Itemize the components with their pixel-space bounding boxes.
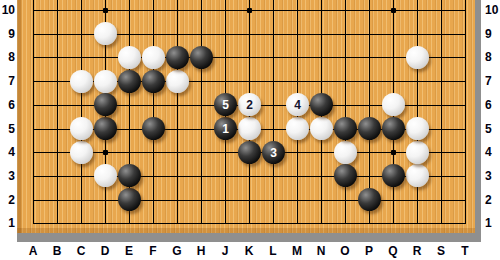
coord-label-right-9: 9 [485, 26, 500, 42]
coord-label-bottom-S: S [433, 243, 449, 259]
coord-label-right-3: 3 [485, 168, 500, 184]
coord-label-left-5: 5 [0, 121, 15, 137]
coord-label-bottom-C: C [73, 243, 89, 259]
star-point [103, 8, 108, 13]
stone-white-C5 [70, 117, 93, 140]
stone-black-E7 [118, 70, 141, 93]
stone-black-G8 [166, 46, 189, 69]
stone-white-N5 [310, 117, 333, 140]
go-board-diagram: 24153 1010998877665544332211ABCDEFGHJKLM… [0, 0, 500, 260]
coord-label-right-4: 4 [485, 144, 500, 160]
stone-black-J6: 5 [214, 93, 237, 116]
stone-black-D6 [94, 93, 117, 116]
coord-label-bottom-D: D [97, 243, 113, 259]
stone-white-Q6 [382, 93, 405, 116]
coord-label-left-7: 7 [0, 73, 15, 89]
stone-black-N6 [310, 93, 333, 116]
coord-label-left-6: 6 [0, 97, 15, 113]
stone-white-D7 [94, 70, 117, 93]
goban[interactable]: 24153 [17, 0, 481, 242]
stone-white-K6: 2 [238, 93, 261, 116]
stone-white-R5 [406, 117, 429, 140]
stone-black-E3 [118, 164, 141, 187]
coord-label-bottom-E: E [121, 243, 137, 259]
coord-label-bottom-K: K [241, 243, 257, 259]
coord-label-left-4: 4 [0, 144, 15, 160]
coord-label-left-8: 8 [0, 49, 15, 65]
stone-black-L4: 3 [262, 141, 285, 164]
stone-white-O4 [334, 141, 357, 164]
stone-white-F8 [142, 46, 165, 69]
coord-label-bottom-A: A [25, 243, 41, 259]
stone-white-E8 [118, 46, 141, 69]
coord-label-left-3: 3 [0, 168, 15, 184]
coord-label-right-8: 8 [485, 49, 500, 65]
coord-label-right-2: 2 [485, 192, 500, 208]
coord-label-bottom-P: P [361, 243, 377, 259]
coord-label-bottom-Q: Q [385, 243, 401, 259]
stone-white-G7 [166, 70, 189, 93]
stone-black-E2 [118, 188, 141, 211]
star-point [103, 150, 108, 155]
coord-label-right-10: 10 [485, 2, 500, 18]
coord-label-left-2: 2 [0, 192, 15, 208]
stone-white-K5 [238, 117, 261, 140]
coord-label-left-9: 9 [0, 26, 15, 42]
stone-black-P5 [358, 117, 381, 140]
grid-line [33, 200, 466, 201]
coord-label-bottom-N: N [313, 243, 329, 259]
coord-label-bottom-H: H [193, 243, 209, 259]
stone-white-M5 [286, 117, 309, 140]
stone-white-D9 [94, 22, 117, 45]
coord-label-bottom-B: B [49, 243, 65, 259]
coord-label-bottom-J: J [217, 243, 233, 259]
stone-black-K4 [238, 141, 261, 164]
star-point [391, 150, 396, 155]
coord-label-right-5: 5 [485, 121, 500, 137]
coord-label-right-1: 1 [485, 215, 500, 231]
stone-black-P2 [358, 188, 381, 211]
stone-black-O5 [334, 117, 357, 140]
stone-black-O3 [334, 164, 357, 187]
stone-white-C4 [70, 141, 93, 164]
coord-label-right-6: 6 [485, 97, 500, 113]
stone-black-F7 [142, 70, 165, 93]
coord-label-bottom-F: F [145, 243, 161, 259]
stone-white-R3 [406, 164, 429, 187]
coord-label-bottom-R: R [409, 243, 425, 259]
star-point [391, 8, 396, 13]
stone-black-D5 [94, 117, 117, 140]
coord-label-left-1: 1 [0, 215, 15, 231]
stone-black-H8 [190, 46, 213, 69]
coord-label-bottom-T: T [457, 243, 473, 259]
grid-line [33, 57, 466, 58]
coord-label-left-10: 10 [0, 2, 15, 18]
coord-label-right-7: 7 [485, 73, 500, 89]
stone-white-R4 [406, 141, 429, 164]
star-point [247, 8, 252, 13]
coord-label-bottom-M: M [289, 243, 305, 259]
stone-white-C7 [70, 70, 93, 93]
stone-black-Q3 [382, 164, 405, 187]
coord-label-bottom-L: L [265, 243, 281, 259]
coord-label-bottom-G: G [169, 243, 185, 259]
stone-white-R8 [406, 46, 429, 69]
coord-label-bottom-O: O [337, 243, 353, 259]
stone-black-F5 [142, 117, 165, 140]
stone-white-D3 [94, 164, 117, 187]
grid-line [33, 223, 466, 224]
stone-black-Q5 [382, 117, 405, 140]
stone-black-J5: 1 [214, 117, 237, 140]
stone-white-M6: 4 [286, 93, 309, 116]
